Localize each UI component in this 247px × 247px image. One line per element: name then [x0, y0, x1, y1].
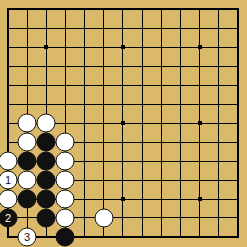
stone-white[interactable] — [18, 133, 37, 152]
stone-white-move-3[interactable]: 3 — [18, 227, 37, 246]
grid-line-vertical — [142, 10, 143, 237]
star-point — [121, 197, 125, 201]
star-point — [198, 121, 202, 125]
stone-white[interactable] — [56, 190, 75, 209]
star-point — [121, 121, 125, 125]
star-point — [44, 45, 48, 49]
stone-white[interactable] — [56, 171, 75, 190]
stone-black[interactable] — [18, 190, 37, 209]
stone-black[interactable] — [56, 227, 75, 246]
go-diagram-screenshot: 123 — [0, 0, 247, 247]
move-number-label: 3 — [24, 231, 30, 242]
stone-black[interactable] — [37, 171, 56, 190]
move-number-label: 2 — [5, 212, 11, 223]
grid-line-vertical — [161, 10, 162, 237]
go-board[interactable]: 123 — [0, 0, 247, 247]
stone-black[interactable] — [37, 133, 56, 152]
stone-black[interactable] — [37, 190, 56, 209]
stone-white[interactable] — [18, 114, 37, 133]
stone-white[interactable] — [56, 133, 75, 152]
stone-black[interactable] — [18, 152, 37, 171]
grid-line-vertical — [218, 10, 219, 237]
stone-black[interactable] — [37, 152, 56, 171]
grid-line-vertical — [180, 10, 181, 237]
star-point — [198, 197, 202, 201]
star-point — [198, 45, 202, 49]
stone-white[interactable] — [18, 171, 37, 190]
stone-white[interactable] — [37, 114, 56, 133]
move-number-label: 1 — [5, 175, 11, 186]
star-point — [121, 45, 125, 49]
stone-white[interactable] — [56, 152, 75, 171]
stone-white[interactable] — [94, 208, 113, 227]
stone-black[interactable] — [37, 208, 56, 227]
stone-white[interactable] — [56, 208, 75, 227]
